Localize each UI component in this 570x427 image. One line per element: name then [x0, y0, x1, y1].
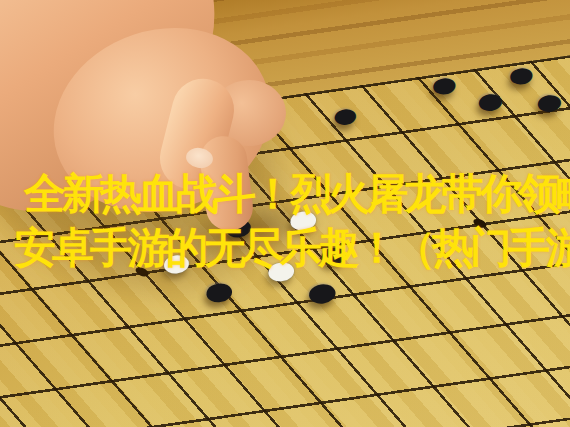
black-go-stone: ●: [530, 79, 568, 122]
headline-line-1: 全新热血战斗！烈火屠龙带你领略: [24, 173, 570, 215]
black-go-stone: ●: [198, 267, 240, 315]
black-go-stone: ●: [328, 95, 363, 135]
black-go-stone: ●: [300, 267, 343, 316]
black-go-stone: ●: [471, 78, 509, 121]
go-board-photo: ●●●●●●●●●●●● 全新热血战斗！烈火屠龙带你领略 安卓手游的无尽乐趣！（…: [0, 0, 570, 427]
headline-line-2: 安卓手游的无尽乐趣！（热门手游: [14, 227, 570, 269]
black-go-stone: ●: [426, 63, 462, 104]
